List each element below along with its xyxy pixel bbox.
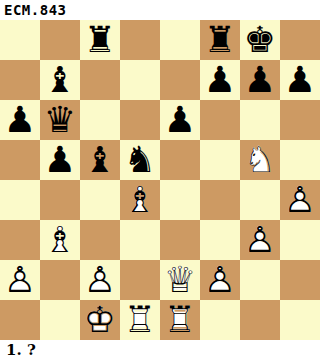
square-h5[interactable]: [280, 140, 320, 180]
square-f1[interactable]: [200, 300, 240, 340]
square-g1[interactable]: [240, 300, 280, 340]
square-d7[interactable]: [120, 60, 160, 100]
square-e2[interactable]: ♛♕: [160, 260, 200, 300]
square-a8[interactable]: [0, 20, 40, 60]
square-d4[interactable]: ♝♗: [120, 180, 160, 220]
square-c1[interactable]: ♚♔: [80, 300, 120, 340]
white-pawn-piece: ♟♙: [0, 260, 40, 300]
square-h6[interactable]: [280, 100, 320, 140]
black-pawn-piece: ♟: [280, 60, 320, 100]
square-g7[interactable]: ♟: [240, 60, 280, 100]
square-a1[interactable]: [0, 300, 40, 340]
square-g5[interactable]: ♞♘: [240, 140, 280, 180]
square-g2[interactable]: [240, 260, 280, 300]
chess-board: ♜♜♚♝♟♟♟♟♛♟♟♝♞♞♘♝♗♟♙♝♗♟♙♟♙♟♙♛♕♟♙♚♔♜♖♜♖: [0, 20, 320, 340]
square-f5[interactable]: [200, 140, 240, 180]
square-a3[interactable]: [0, 220, 40, 260]
square-c8[interactable]: ♜: [80, 20, 120, 60]
square-a7[interactable]: [0, 60, 40, 100]
square-h4[interactable]: ♟♙: [280, 180, 320, 220]
black-rook-piece: ♜: [200, 20, 240, 60]
square-b1[interactable]: [40, 300, 80, 340]
white-pawn-piece: ♟♙: [200, 260, 240, 300]
square-c6[interactable]: [80, 100, 120, 140]
square-d5[interactable]: ♞: [120, 140, 160, 180]
square-g4[interactable]: [240, 180, 280, 220]
square-e1[interactable]: ♜♖: [160, 300, 200, 340]
square-b6[interactable]: ♛: [40, 100, 80, 140]
square-f4[interactable]: [200, 180, 240, 220]
square-g8[interactable]: ♚: [240, 20, 280, 60]
white-knight-piece: ♞♘: [240, 140, 280, 180]
black-queen-piece: ♛: [40, 100, 80, 140]
square-d2[interactable]: [120, 260, 160, 300]
square-f3[interactable]: [200, 220, 240, 260]
move-prompt: 1. ?: [0, 340, 320, 360]
square-h8[interactable]: [280, 20, 320, 60]
black-pawn-piece: ♟: [0, 100, 40, 140]
square-a4[interactable]: [0, 180, 40, 220]
white-pawn-piece: ♟♙: [240, 220, 280, 260]
square-b7[interactable]: ♝: [40, 60, 80, 100]
square-e8[interactable]: [160, 20, 200, 60]
square-d3[interactable]: [120, 220, 160, 260]
square-c2[interactable]: ♟♙: [80, 260, 120, 300]
square-h7[interactable]: ♟: [280, 60, 320, 100]
chess-puzzle-page: ECM.843 ♜♜♚♝♟♟♟♟♛♟♟♝♞♞♘♝♗♟♙♝♗♟♙♟♙♟♙♛♕♟♙♚…: [0, 0, 320, 360]
square-d1[interactable]: ♜♖: [120, 300, 160, 340]
square-b2[interactable]: [40, 260, 80, 300]
white-bishop-piece: ♝♗: [40, 220, 80, 260]
square-f8[interactable]: ♜: [200, 20, 240, 60]
white-bishop-piece: ♝♗: [120, 180, 160, 220]
square-b4[interactable]: [40, 180, 80, 220]
square-b5[interactable]: ♟: [40, 140, 80, 180]
square-a5[interactable]: [0, 140, 40, 180]
white-rook-piece: ♜♖: [160, 300, 200, 340]
square-e7[interactable]: [160, 60, 200, 100]
square-b3[interactable]: ♝♗: [40, 220, 80, 260]
square-d6[interactable]: [120, 100, 160, 140]
black-bishop-piece: ♝: [40, 60, 80, 100]
square-f2[interactable]: ♟♙: [200, 260, 240, 300]
square-h2[interactable]: [280, 260, 320, 300]
black-pawn-piece: ♟: [200, 60, 240, 100]
black-rook-piece: ♜: [80, 20, 120, 60]
square-f7[interactable]: ♟: [200, 60, 240, 100]
square-d8[interactable]: [120, 20, 160, 60]
square-a6[interactable]: ♟: [0, 100, 40, 140]
puzzle-title: ECM.843: [0, 0, 320, 20]
square-c5[interactable]: ♝: [80, 140, 120, 180]
square-h1[interactable]: [280, 300, 320, 340]
white-pawn-piece: ♟♙: [280, 180, 320, 220]
black-pawn-piece: ♟: [240, 60, 280, 100]
square-g6[interactable]: [240, 100, 280, 140]
square-a2[interactable]: ♟♙: [0, 260, 40, 300]
white-king-piece: ♚♔: [80, 300, 120, 340]
black-pawn-piece: ♟: [40, 140, 80, 180]
square-e4[interactable]: [160, 180, 200, 220]
black-pawn-piece: ♟: [160, 100, 200, 140]
square-f6[interactable]: [200, 100, 240, 140]
square-e3[interactable]: [160, 220, 200, 260]
white-queen-piece: ♛♕: [160, 260, 200, 300]
black-knight-piece: ♞: [120, 140, 160, 180]
square-b8[interactable]: [40, 20, 80, 60]
square-c3[interactable]: [80, 220, 120, 260]
white-rook-piece: ♜♖: [120, 300, 160, 340]
black-king-piece: ♚: [240, 20, 280, 60]
square-c4[interactable]: [80, 180, 120, 220]
square-c7[interactable]: [80, 60, 120, 100]
white-pawn-piece: ♟♙: [80, 260, 120, 300]
square-e5[interactable]: [160, 140, 200, 180]
square-h3[interactable]: [280, 220, 320, 260]
square-e6[interactable]: ♟: [160, 100, 200, 140]
black-bishop-piece: ♝: [80, 140, 120, 180]
square-g3[interactable]: ♟♙: [240, 220, 280, 260]
